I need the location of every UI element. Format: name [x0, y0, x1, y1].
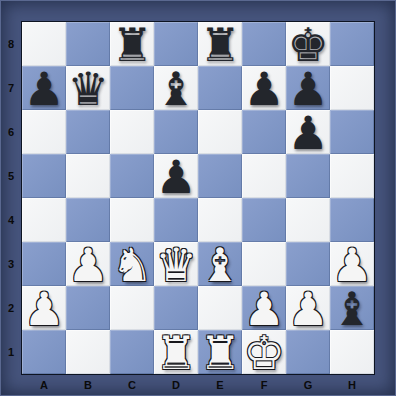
square-a2[interactable]: ♟ [22, 286, 66, 330]
black-queen-icon: ♛ [66, 67, 110, 111]
white-pawn-icon: ♟ [330, 243, 374, 287]
square-b1[interactable] [66, 330, 110, 374]
square-e2[interactable] [198, 286, 242, 330]
file-label-h: H [330, 374, 374, 396]
rank-labels: 87654321 [0, 22, 22, 374]
rank-label-5: 5 [0, 154, 22, 198]
file-label-c: C [110, 374, 154, 396]
square-a7[interactable]: ♟ [22, 66, 66, 110]
white-pawn-icon: ♟ [242, 287, 286, 331]
square-f8[interactable] [242, 22, 286, 66]
white-knight-icon: ♞ [110, 243, 154, 287]
square-e4[interactable] [198, 198, 242, 242]
square-c1[interactable] [110, 330, 154, 374]
square-g6[interactable]: ♟ [286, 110, 330, 154]
square-e3[interactable]: ♝ [198, 242, 242, 286]
square-f3[interactable] [242, 242, 286, 286]
rank-label-3: 3 [0, 242, 22, 286]
square-h7[interactable] [330, 66, 374, 110]
square-b4[interactable] [66, 198, 110, 242]
file-labels: ABCDEFGH [22, 374, 374, 396]
square-a4[interactable] [22, 198, 66, 242]
square-b8[interactable] [66, 22, 110, 66]
square-c2[interactable] [110, 286, 154, 330]
black-pawn-icon: ♟ [286, 67, 330, 111]
square-h3[interactable]: ♟ [330, 242, 374, 286]
black-king-icon: ♚ [286, 23, 330, 67]
square-e1[interactable]: ♜ [198, 330, 242, 374]
square-d6[interactable] [154, 110, 198, 154]
square-h6[interactable] [330, 110, 374, 154]
square-b3[interactable]: ♟ [66, 242, 110, 286]
square-e8[interactable]: ♜ [198, 22, 242, 66]
white-pawn-icon: ♟ [286, 287, 330, 331]
square-c5[interactable] [110, 154, 154, 198]
square-e5[interactable] [198, 154, 242, 198]
square-a3[interactable] [22, 242, 66, 286]
square-c8[interactable]: ♜ [110, 22, 154, 66]
square-e7[interactable] [198, 66, 242, 110]
black-pawn-icon: ♟ [154, 155, 198, 199]
rank-label-4: 4 [0, 198, 22, 242]
black-rook-icon: ♜ [198, 23, 242, 67]
black-pawn-icon: ♟ [242, 67, 286, 111]
square-f7[interactable]: ♟ [242, 66, 286, 110]
square-g3[interactable] [286, 242, 330, 286]
white-king-icon: ♚ [242, 331, 286, 375]
square-c4[interactable] [110, 198, 154, 242]
square-b5[interactable] [66, 154, 110, 198]
chess-board: ♜♜♚♟♛♝♟♟♟♟♟♞♛♝♟♟♟♟♝♜♜♚ [22, 22, 374, 374]
square-d2[interactable] [154, 286, 198, 330]
square-a8[interactable] [22, 22, 66, 66]
black-rook-icon: ♜ [110, 23, 154, 67]
square-f4[interactable] [242, 198, 286, 242]
black-pawn-icon: ♟ [286, 111, 330, 155]
square-a5[interactable] [22, 154, 66, 198]
white-rook-icon: ♜ [198, 331, 242, 375]
file-label-b: B [66, 374, 110, 396]
white-rook-icon: ♜ [154, 331, 198, 375]
square-h5[interactable] [330, 154, 374, 198]
square-a1[interactable] [22, 330, 66, 374]
square-d8[interactable] [154, 22, 198, 66]
square-h1[interactable] [330, 330, 374, 374]
rank-label-7: 7 [0, 66, 22, 110]
square-h8[interactable] [330, 22, 374, 66]
black-bishop-icon: ♝ [154, 67, 198, 111]
rank-label-1: 1 [0, 330, 22, 374]
square-g8[interactable]: ♚ [286, 22, 330, 66]
white-queen-icon: ♛ [154, 243, 198, 287]
square-h4[interactable] [330, 198, 374, 242]
white-pawn-icon: ♟ [66, 243, 110, 287]
square-d4[interactable] [154, 198, 198, 242]
rank-label-6: 6 [0, 110, 22, 154]
file-label-g: G [286, 374, 330, 396]
square-g7[interactable]: ♟ [286, 66, 330, 110]
square-d1[interactable]: ♜ [154, 330, 198, 374]
rank-label-8: 8 [0, 22, 22, 66]
square-c6[interactable] [110, 110, 154, 154]
square-e6[interactable] [198, 110, 242, 154]
square-d3[interactable]: ♛ [154, 242, 198, 286]
square-f5[interactable] [242, 154, 286, 198]
square-g1[interactable] [286, 330, 330, 374]
square-b7[interactable]: ♛ [66, 66, 110, 110]
square-f1[interactable]: ♚ [242, 330, 286, 374]
rank-label-2: 2 [0, 286, 22, 330]
white-pawn-icon: ♟ [22, 287, 66, 331]
square-g4[interactable] [286, 198, 330, 242]
chess-board-frame: 87654321 ABCDEFGH ♜♜♚♟♛♝♟♟♟♟♟♞♛♝♟♟♟♟♝♜♜♚ [0, 0, 396, 396]
square-g2[interactable]: ♟ [286, 286, 330, 330]
square-d7[interactable]: ♝ [154, 66, 198, 110]
black-bishop-icon: ♝ [330, 287, 374, 331]
square-a6[interactable] [22, 110, 66, 154]
black-pawn-icon: ♟ [22, 67, 66, 111]
square-d5[interactable]: ♟ [154, 154, 198, 198]
square-c7[interactable] [110, 66, 154, 110]
square-f2[interactable]: ♟ [242, 286, 286, 330]
square-b2[interactable] [66, 286, 110, 330]
square-f6[interactable] [242, 110, 286, 154]
white-bishop-icon: ♝ [198, 243, 242, 287]
square-h2[interactable]: ♝ [330, 286, 374, 330]
square-g5[interactable] [286, 154, 330, 198]
square-b6[interactable] [66, 110, 110, 154]
file-label-a: A [22, 374, 66, 396]
square-c3[interactable]: ♞ [110, 242, 154, 286]
